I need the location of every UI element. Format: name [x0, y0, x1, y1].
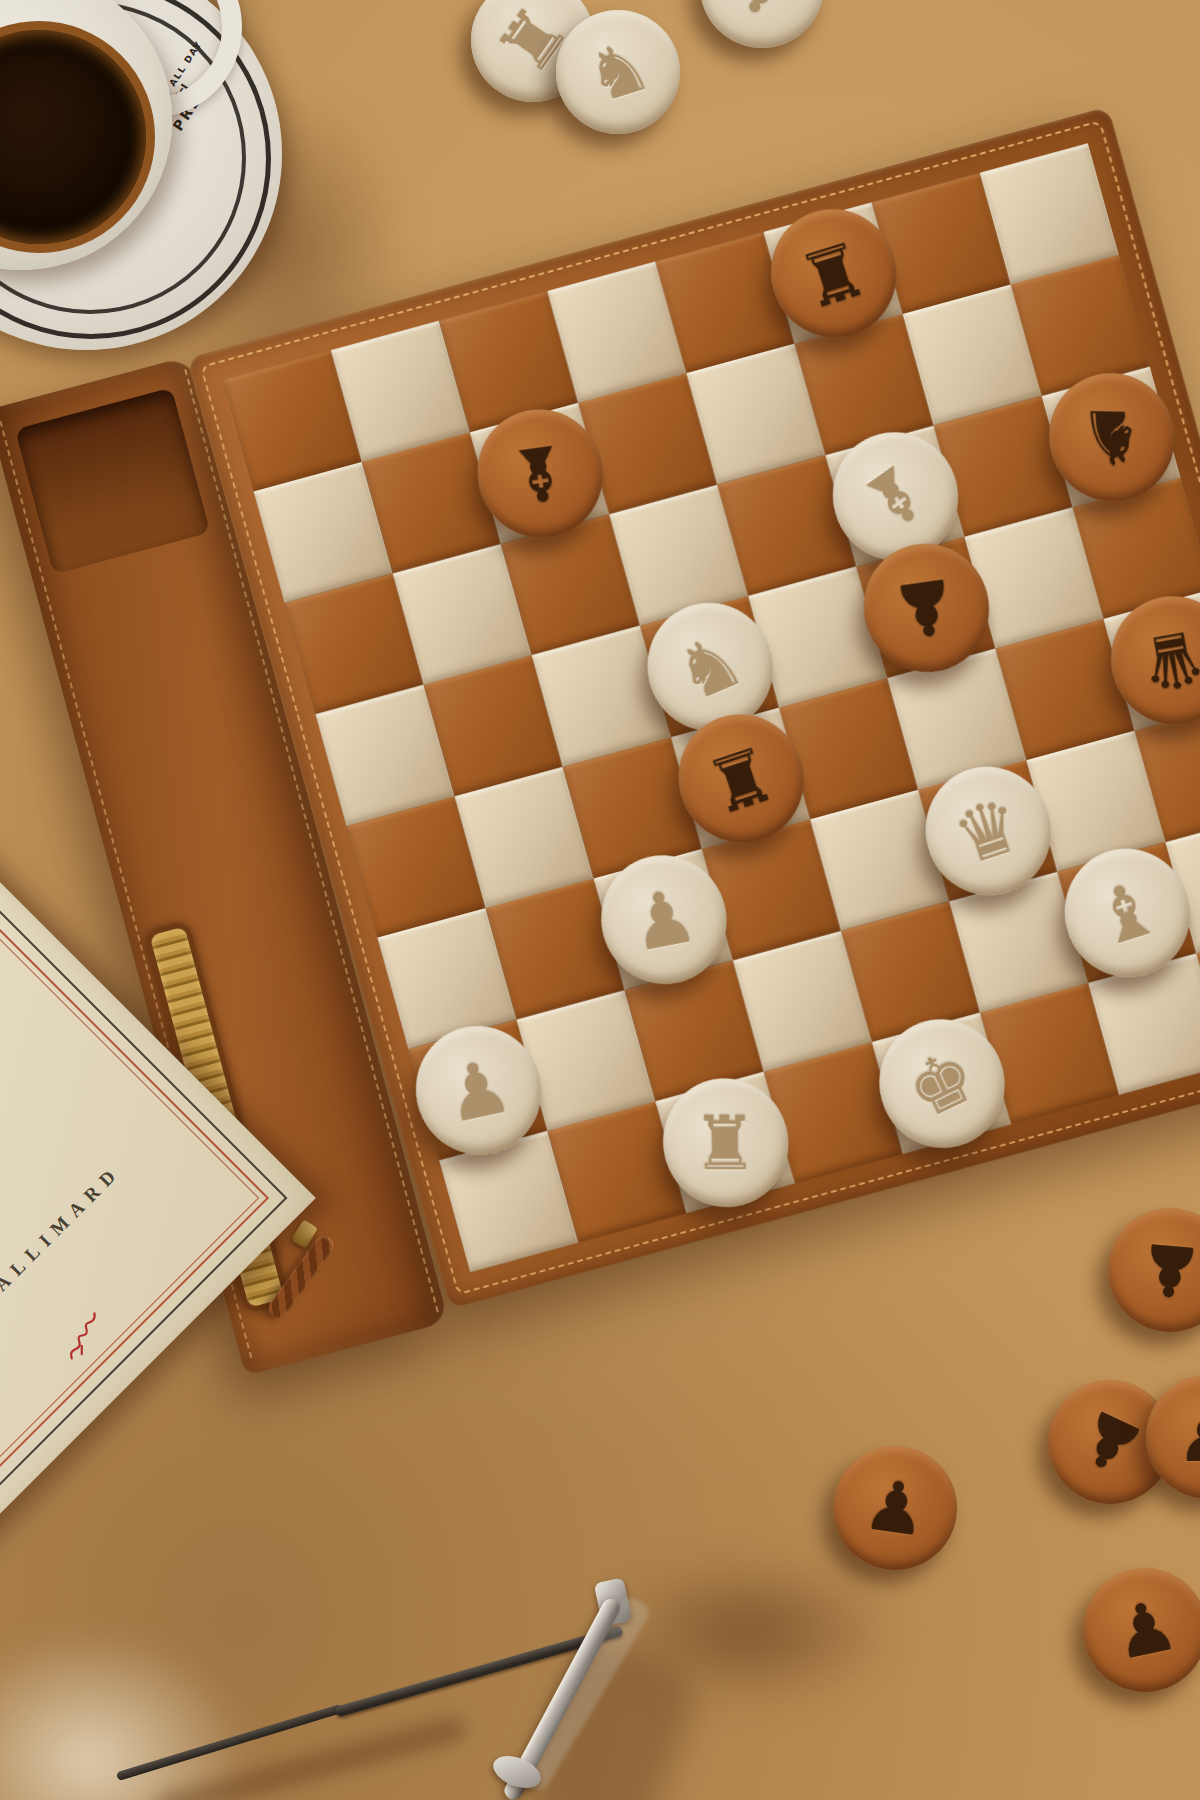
knight-glyph: ♞	[577, 29, 658, 115]
pawn-glyph: ♟	[859, 1469, 931, 1547]
piece-cream-pawn-offboard[interactable]: ♟	[700, 0, 824, 48]
knight-glyph: ♞	[1079, 399, 1144, 475]
scene: ♜♝♝♞♞♟♜♛♟♛♟♝♜♚ SERVED ALL DAY 6cl PREGO …	[0, 0, 1200, 1800]
pawn-glyph: ♟	[721, 0, 804, 30]
bishop-glyph: ♝	[1085, 867, 1169, 957]
king-glyph: ♚	[896, 1036, 986, 1131]
pawn-glyph: ♟	[1136, 1232, 1200, 1307]
pawn-glyph: ♟	[1067, 1397, 1153, 1487]
rook-glyph: ♜	[698, 733, 783, 824]
pawn-glyph: ♟	[624, 877, 702, 962]
piece-brown-pawn-offboard[interactable]: ♟	[1108, 1208, 1200, 1332]
pawn-glyph: ♟	[1177, 1402, 1200, 1472]
bishop-glyph: ♝	[847, 447, 942, 546]
pawn-glyph: ♟	[888, 566, 963, 649]
piece-brown-pawn-offboard[interactable]: ♟	[833, 1446, 957, 1570]
queen-glyph: ♛	[945, 785, 1030, 876]
queen-glyph: ♛	[1134, 618, 1200, 703]
piece-cream-knight-offboard[interactable]: ♞	[556, 10, 680, 134]
pawn-glyph: ♟	[438, 1047, 517, 1133]
cover-pocket	[15, 387, 210, 574]
rook-glyph: ♜	[692, 1105, 758, 1179]
bishop-glyph: ♝	[502, 432, 577, 515]
rook-glyph: ♜	[791, 228, 875, 318]
piece-brown-pawn-offboard[interactable]: ♟	[1083, 1568, 1200, 1692]
knight-glyph: ♞	[665, 620, 754, 714]
pawn-glyph: ♟	[1107, 1589, 1183, 1671]
